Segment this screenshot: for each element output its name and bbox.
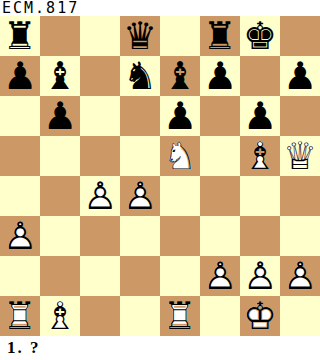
- piece-black-bishop: ♝: [40, 56, 80, 96]
- piece-white-pawn: ♟♙: [80, 176, 120, 216]
- square-h2[interactable]: ♟♙: [280, 256, 320, 296]
- square-e4[interactable]: [160, 176, 200, 216]
- square-a6[interactable]: [0, 96, 40, 136]
- square-b7[interactable]: ♝: [40, 56, 80, 96]
- square-b8[interactable]: [40, 16, 80, 56]
- square-d6[interactable]: [120, 96, 160, 136]
- square-c2[interactable]: [80, 256, 120, 296]
- piece-black-pawn: ♟: [200, 56, 240, 96]
- square-h1[interactable]: [280, 296, 320, 336]
- piece-white-pawn: ♟♙: [280, 256, 320, 296]
- square-d7[interactable]: ♞: [120, 56, 160, 96]
- square-a5[interactable]: [0, 136, 40, 176]
- square-c4[interactable]: ♟♙: [80, 176, 120, 216]
- piece-white-knight: ♞♘: [160, 136, 200, 176]
- white-queen-icon: ♕: [280, 136, 320, 176]
- square-g3[interactable]: [240, 216, 280, 256]
- square-b5[interactable]: [40, 136, 80, 176]
- square-h5[interactable]: ♛♕: [280, 136, 320, 176]
- square-f5[interactable]: [200, 136, 240, 176]
- chess-board: ♜♛♜♚♟♝♞♝♟♟♟♟♟♞♘♝♗♛♕♟♙♟♙♟♙♟♙♟♙♟♙♜♖♝♗♜♖♚♔: [0, 16, 320, 336]
- black-queen-icon: ♛: [120, 16, 160, 56]
- square-e6[interactable]: ♟: [160, 96, 200, 136]
- square-g5[interactable]: ♝♗: [240, 136, 280, 176]
- square-g1[interactable]: ♚♔: [240, 296, 280, 336]
- square-d3[interactable]: [120, 216, 160, 256]
- square-h7[interactable]: ♟: [280, 56, 320, 96]
- black-pawn-icon: ♟: [0, 56, 40, 96]
- square-h4[interactable]: [280, 176, 320, 216]
- piece-black-pawn: ♟: [0, 56, 40, 96]
- piece-white-rook: ♜♖: [160, 296, 200, 336]
- square-g8[interactable]: ♚: [240, 16, 280, 56]
- piece-white-pawn: ♟♙: [120, 176, 160, 216]
- white-pawn-icon: ♙: [240, 256, 280, 296]
- square-g6[interactable]: ♟: [240, 96, 280, 136]
- black-bishop-icon: ♝: [40, 56, 80, 96]
- square-a3[interactable]: ♟♙: [0, 216, 40, 256]
- piece-white-pawn: ♟♙: [200, 256, 240, 296]
- square-h8[interactable]: [280, 16, 320, 56]
- piece-black-pawn: ♟: [40, 96, 80, 136]
- white-rook-icon: ♖: [0, 296, 40, 336]
- square-d5[interactable]: [120, 136, 160, 176]
- square-d8[interactable]: ♛: [120, 16, 160, 56]
- white-bishop-icon: ♗: [40, 296, 80, 336]
- piece-black-rook: ♜: [0, 16, 40, 56]
- black-rook-icon: ♜: [0, 16, 40, 56]
- square-a7[interactable]: ♟: [0, 56, 40, 96]
- black-king-icon: ♚: [240, 16, 280, 56]
- piece-black-bishop: ♝: [160, 56, 200, 96]
- square-f3[interactable]: [200, 216, 240, 256]
- square-g7[interactable]: [240, 56, 280, 96]
- piece-white-bishop: ♝♗: [40, 296, 80, 336]
- square-b3[interactable]: [40, 216, 80, 256]
- black-knight-icon: ♞: [120, 56, 160, 96]
- black-rook-icon: ♜: [200, 16, 240, 56]
- square-b1[interactable]: ♝♗: [40, 296, 80, 336]
- square-a2[interactable]: [0, 256, 40, 296]
- piece-black-pawn: ♟: [240, 96, 280, 136]
- piece-white-rook: ♜♖: [0, 296, 40, 336]
- piece-white-pawn: ♟♙: [0, 216, 40, 256]
- white-king-icon: ♔: [240, 296, 280, 336]
- black-bishop-icon: ♝: [160, 56, 200, 96]
- square-f2[interactable]: ♟♙: [200, 256, 240, 296]
- black-pawn-icon: ♟: [160, 96, 200, 136]
- white-pawn-icon: ♙: [280, 256, 320, 296]
- square-c5[interactable]: [80, 136, 120, 176]
- square-e7[interactable]: ♝: [160, 56, 200, 96]
- square-f4[interactable]: [200, 176, 240, 216]
- black-pawn-icon: ♟: [40, 96, 80, 136]
- square-d1[interactable]: [120, 296, 160, 336]
- piece-black-pawn: ♟: [280, 56, 320, 96]
- square-c6[interactable]: [80, 96, 120, 136]
- square-b2[interactable]: [40, 256, 80, 296]
- piece-black-knight: ♞: [120, 56, 160, 96]
- white-knight-icon: ♘: [160, 136, 200, 176]
- square-c3[interactable]: [80, 216, 120, 256]
- square-f8[interactable]: ♜: [200, 16, 240, 56]
- piece-white-king: ♚♔: [240, 296, 280, 336]
- square-g2[interactable]: ♟♙: [240, 256, 280, 296]
- black-pawn-icon: ♟: [280, 56, 320, 96]
- square-f6[interactable]: [200, 96, 240, 136]
- square-a1[interactable]: ♜♖: [0, 296, 40, 336]
- square-d4[interactable]: ♟♙: [120, 176, 160, 216]
- square-f7[interactable]: ♟: [200, 56, 240, 96]
- piece-black-queen: ♛: [120, 16, 160, 56]
- black-pawn-icon: ♟: [200, 56, 240, 96]
- white-pawn-icon: ♙: [120, 176, 160, 216]
- square-c1[interactable]: [80, 296, 120, 336]
- square-g4[interactable]: [240, 176, 280, 216]
- piece-white-queen: ♛♕: [280, 136, 320, 176]
- white-rook-icon: ♖: [160, 296, 200, 336]
- square-a4[interactable]: [0, 176, 40, 216]
- square-e8[interactable]: [160, 16, 200, 56]
- piece-black-pawn: ♟: [160, 96, 200, 136]
- square-c7[interactable]: [80, 56, 120, 96]
- move-prompt: 1. ?: [0, 336, 320, 360]
- piece-black-rook: ♜: [200, 16, 240, 56]
- square-a8[interactable]: ♜: [0, 16, 40, 56]
- square-h3[interactable]: [280, 216, 320, 256]
- square-c8[interactable]: [80, 16, 120, 56]
- white-pawn-icon: ♙: [200, 256, 240, 296]
- square-e3[interactable]: [160, 216, 200, 256]
- square-f1[interactable]: [200, 296, 240, 336]
- white-pawn-icon: ♙: [0, 216, 40, 256]
- square-b6[interactable]: ♟: [40, 96, 80, 136]
- square-d2[interactable]: [120, 256, 160, 296]
- square-e5[interactable]: ♞♘: [160, 136, 200, 176]
- black-pawn-icon: ♟: [240, 96, 280, 136]
- piece-white-pawn: ♟♙: [240, 256, 280, 296]
- piece-white-bishop: ♝♗: [240, 136, 280, 176]
- piece-black-king: ♚: [240, 16, 280, 56]
- white-pawn-icon: ♙: [80, 176, 120, 216]
- square-e2[interactable]: [160, 256, 200, 296]
- white-bishop-icon: ♗: [240, 136, 280, 176]
- square-b4[interactable]: [40, 176, 80, 216]
- square-e1[interactable]: ♜♖: [160, 296, 200, 336]
- square-h6[interactable]: [280, 96, 320, 136]
